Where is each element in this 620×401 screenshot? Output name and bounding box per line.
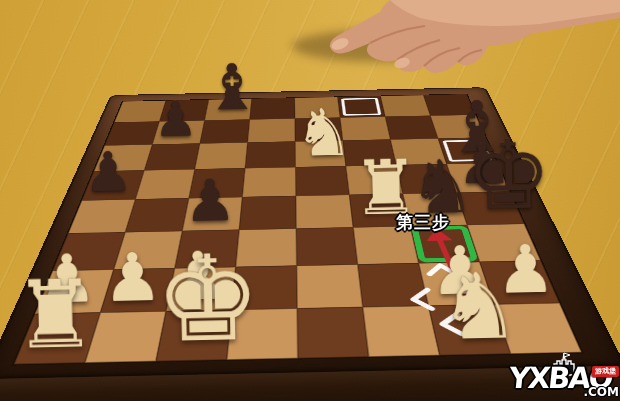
white-rook[interactable]: ♜ (12, 268, 85, 363)
square-e4[interactable] (296, 195, 353, 229)
white-knight[interactable]: ♞ (294, 100, 346, 166)
square-e2[interactable] (297, 264, 363, 308)
square-e1[interactable] (297, 307, 369, 358)
white-knight[interactable]: ♞ (438, 261, 511, 354)
square-c6[interactable] (195, 143, 248, 170)
square-a1[interactable]: ♜ (14, 313, 100, 365)
square-c4[interactable]: ♟ (182, 197, 242, 231)
black-pawn[interactable]: ♟ (151, 94, 200, 143)
board-grid[interactable]: ♝♟♞♝♟♟♟♜♞♚♟♟♟♟♟♜♚♞ (14, 94, 582, 364)
square-e5[interactable] (295, 166, 349, 196)
square-g7[interactable] (385, 116, 438, 140)
square-a5[interactable]: ♟ (82, 170, 144, 200)
square-e6[interactable]: ♞ (295, 141, 346, 168)
board-frame: ♝♟♞♝♟♟♟♜♞♚♟♟♟♟♟♜♚♞ (0, 87, 620, 384)
square-b4[interactable] (125, 198, 189, 232)
player-hand (220, 0, 620, 95)
step-annotation-label: 第三步 (396, 211, 450, 234)
chess-scene: ♝♟♞♝♟♟♟♜♞♚♟♟♟♟♟♜♚♞ 第三步 YXBAO 游戏堡 .COM (0, 0, 620, 401)
square-c1[interactable]: ♚ (156, 310, 232, 361)
square-c8[interactable]: ♝ (205, 99, 252, 121)
square-d6[interactable] (245, 142, 295, 169)
square-c7[interactable] (200, 120, 250, 144)
square-b7[interactable]: ♟ (152, 120, 204, 144)
black-pawn[interactable]: ♟ (81, 144, 136, 199)
square-f1[interactable] (363, 306, 440, 357)
square-d7[interactable] (248, 119, 296, 143)
square-d5[interactable] (242, 167, 295, 197)
watermark-tld: .COM (583, 385, 619, 399)
black-pawn[interactable]: ♟ (181, 171, 239, 230)
square-d4[interactable] (239, 196, 296, 230)
chess-board-3d: ♝♟♞♝♟♟♟♜♞♚♟♟♟♟♟♜♚♞ (0, 87, 620, 384)
white-king[interactable]: ♚ (154, 240, 227, 360)
square-g1[interactable]: ♞ (428, 304, 510, 355)
black-king[interactable]: ♚ (465, 127, 524, 223)
watermark: YXBAO 游戏堡 .COM (507, 355, 619, 399)
watermark-badge: 游戏堡 (592, 366, 619, 377)
square-e3[interactable] (296, 227, 357, 265)
square-h4[interactable]: ♚ (456, 192, 524, 225)
square-g8[interactable] (380, 95, 430, 117)
square-f2[interactable] (358, 263, 429, 307)
